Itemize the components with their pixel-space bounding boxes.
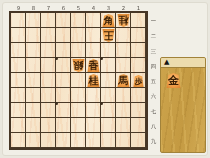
hoshi-dot bbox=[100, 102, 103, 105]
sente-komadai: ▲ 金 bbox=[160, 57, 206, 153]
hoshi-dot bbox=[55, 57, 58, 60]
rank-label-5: 五 bbox=[149, 74, 157, 88]
hand-piece-gold[interactable]: 金 bbox=[166, 73, 181, 88]
hoshi-dot bbox=[55, 102, 58, 105]
rank-label-9: 九 bbox=[149, 134, 157, 148]
rank-label-1: 一 bbox=[149, 14, 157, 28]
shogi-board[interactable]: 角桂王銀香桂馬歩 bbox=[9, 11, 148, 150]
hoshi-dot bbox=[100, 57, 103, 60]
rank-label-2: 二 bbox=[149, 29, 157, 43]
rank-coordinate-labels: 一二三四五六七八九 bbox=[149, 13, 158, 148]
rank-label-7: 七 bbox=[149, 104, 157, 118]
rank-label-8: 八 bbox=[149, 119, 157, 133]
sente-turn-marker: ▲ bbox=[164, 58, 169, 67]
tsume-shogi-widget: 987654321 一二三四五六七八九 角桂王銀香桂馬歩 ▲ 金 bbox=[2, 2, 208, 156]
rank-label-3: 三 bbox=[149, 44, 157, 58]
rank-label-6: 六 bbox=[149, 89, 157, 103]
komadai-header: ▲ bbox=[161, 58, 205, 68]
rank-label-4: 四 bbox=[149, 59, 157, 73]
